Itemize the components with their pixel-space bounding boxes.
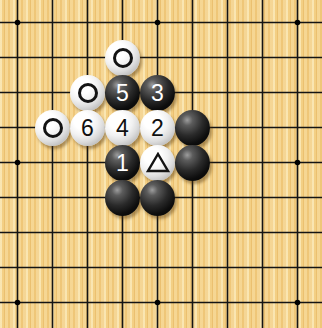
board-point bbox=[70, 75, 105, 110]
white-stone: 6 bbox=[70, 110, 105, 146]
white-stone bbox=[35, 110, 70, 146]
stones-layer: 536421 bbox=[0, 5, 315, 320]
white-stone: 2 bbox=[140, 110, 175, 146]
black-stone bbox=[105, 180, 140, 216]
board-point: 2 bbox=[140, 110, 175, 145]
board-point bbox=[105, 180, 140, 215]
board-point bbox=[175, 145, 210, 180]
move-number: 6 bbox=[81, 110, 94, 146]
board-point bbox=[35, 110, 70, 145]
black-stone bbox=[140, 180, 175, 216]
board-point: 3 bbox=[140, 75, 175, 110]
white-stone: 4 bbox=[105, 110, 140, 146]
board-point: 4 bbox=[105, 110, 140, 145]
move-number: 3 bbox=[151, 75, 164, 111]
triangle-mark-icon bbox=[146, 152, 170, 173]
circle-mark-icon bbox=[113, 48, 133, 68]
move-number: 4 bbox=[116, 110, 129, 146]
black-stone bbox=[175, 145, 210, 181]
black-stone: 1 bbox=[105, 145, 140, 181]
black-stone: 5 bbox=[105, 75, 140, 111]
circle-mark-icon bbox=[43, 118, 63, 138]
black-stone bbox=[175, 110, 210, 146]
white-stone bbox=[140, 145, 175, 181]
board-point bbox=[140, 145, 175, 180]
board-point bbox=[140, 180, 175, 215]
white-stone bbox=[70, 75, 105, 111]
go-board[interactable]: 536421 bbox=[0, 0, 322, 328]
board-point bbox=[105, 40, 140, 75]
white-stone bbox=[105, 40, 140, 76]
board-point: 6 bbox=[70, 110, 105, 145]
board-point: 5 bbox=[105, 75, 140, 110]
move-number: 2 bbox=[151, 110, 164, 146]
move-number: 5 bbox=[116, 75, 129, 111]
board-point bbox=[175, 110, 210, 145]
board-point: 1 bbox=[105, 145, 140, 180]
circle-mark-icon bbox=[78, 83, 98, 103]
black-stone: 3 bbox=[140, 75, 175, 111]
move-number: 1 bbox=[116, 145, 129, 181]
